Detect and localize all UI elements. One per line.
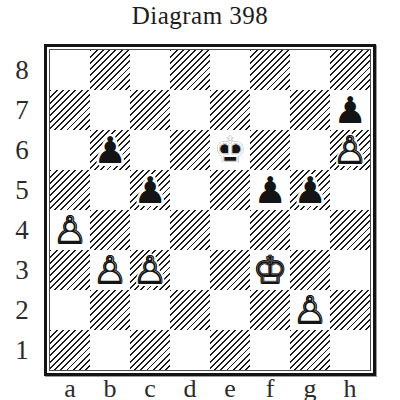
square-d8	[170, 50, 210, 90]
square-a3	[50, 250, 90, 290]
board-frame: ♟♟♚♔♟♙♟♟♟♟♙♟♙♟♙♚♔♟♙	[44, 44, 376, 376]
white-pawn: ♟♙	[130, 250, 170, 290]
square-g5: ♟	[290, 170, 330, 210]
file-label-f: f	[250, 374, 290, 400]
file-label-e: e	[210, 374, 250, 400]
chess-board: ♟♟♚♔♟♙♟♟♟♟♙♟♙♟♙♚♔♟♙	[50, 50, 370, 370]
square-f4	[250, 210, 290, 250]
rank-label-8: 8	[8, 50, 36, 90]
diagram-title: Diagram 398	[0, 2, 400, 30]
square-c2	[130, 290, 170, 330]
rank-label-1: 1	[8, 330, 36, 370]
square-h5	[330, 170, 370, 210]
file-label-g: g	[290, 374, 330, 400]
file-label-c: c	[130, 374, 170, 400]
square-h4	[330, 210, 370, 250]
square-e3	[210, 250, 250, 290]
square-b8	[90, 50, 130, 90]
square-a8	[50, 50, 90, 90]
file-label-b: b	[90, 374, 130, 400]
square-h2	[330, 290, 370, 330]
square-h6: ♟♙	[330, 130, 370, 170]
square-d2	[170, 290, 210, 330]
square-g8	[290, 50, 330, 90]
black-pawn: ♟	[250, 170, 290, 210]
file-label-a: a	[50, 374, 90, 400]
rank-labels: 87654321	[8, 50, 36, 370]
square-e2	[210, 290, 250, 330]
square-c7	[130, 90, 170, 130]
black-pawn: ♟	[290, 170, 330, 210]
square-b5	[90, 170, 130, 210]
rank-label-7: 7	[8, 90, 36, 130]
square-c6	[130, 130, 170, 170]
square-f5: ♟	[250, 170, 290, 210]
square-b7	[90, 90, 130, 130]
square-g6	[290, 130, 330, 170]
square-f8	[250, 50, 290, 90]
black-pawn: ♟	[130, 170, 170, 210]
square-g3	[290, 250, 330, 290]
file-labels: abcdefgh	[50, 374, 370, 400]
black-pawn: ♟	[330, 90, 370, 130]
file-label-h: h	[330, 374, 370, 400]
square-d5	[170, 170, 210, 210]
square-a5	[50, 170, 90, 210]
square-b4	[90, 210, 130, 250]
white-pawn: ♟♙	[290, 290, 330, 330]
square-d1	[170, 330, 210, 370]
square-f2	[250, 290, 290, 330]
white-pawn: ♟♙	[330, 130, 370, 170]
square-e1	[210, 330, 250, 370]
square-d3	[170, 250, 210, 290]
square-a1	[50, 330, 90, 370]
square-c5: ♟	[130, 170, 170, 210]
rank-label-5: 5	[8, 170, 36, 210]
square-g1	[290, 330, 330, 370]
square-e6: ♚♔	[210, 130, 250, 170]
square-d7	[170, 90, 210, 130]
square-f1	[250, 330, 290, 370]
square-c1	[130, 330, 170, 370]
square-f7	[250, 90, 290, 130]
square-a4: ♟♙	[50, 210, 90, 250]
square-a2	[50, 290, 90, 330]
square-e5	[210, 170, 250, 210]
file-label-d: d	[170, 374, 210, 400]
square-b1	[90, 330, 130, 370]
square-g4	[290, 210, 330, 250]
black-pawn: ♟	[90, 130, 130, 170]
square-c8	[130, 50, 170, 90]
square-a6	[50, 130, 90, 170]
rank-label-3: 3	[8, 250, 36, 290]
square-g2: ♟♙	[290, 290, 330, 330]
square-h7: ♟	[330, 90, 370, 130]
rank-label-6: 6	[8, 130, 36, 170]
board-inner-frame: ♟♟♚♔♟♙♟♟♟♟♙♟♙♟♙♚♔♟♙	[49, 49, 371, 371]
rank-label-4: 4	[8, 210, 36, 250]
square-f3: ♚♔	[250, 250, 290, 290]
square-e7	[210, 90, 250, 130]
square-c4	[130, 210, 170, 250]
square-d6	[170, 130, 210, 170]
square-h3	[330, 250, 370, 290]
rank-label-2: 2	[8, 290, 36, 330]
white-pawn: ♟♙	[50, 210, 90, 250]
square-f6	[250, 130, 290, 170]
square-c3: ♟♙	[130, 250, 170, 290]
square-a7	[50, 90, 90, 130]
square-h1	[330, 330, 370, 370]
white-king: ♚♔	[250, 250, 290, 290]
square-h8	[330, 50, 370, 90]
black-king: ♚♔	[210, 130, 250, 170]
square-b3: ♟♙	[90, 250, 130, 290]
square-e8	[210, 50, 250, 90]
square-b2	[90, 290, 130, 330]
white-pawn: ♟♙	[90, 250, 130, 290]
square-b6: ♟	[90, 130, 130, 170]
square-g7	[290, 90, 330, 130]
square-e4	[210, 210, 250, 250]
square-d4	[170, 210, 210, 250]
